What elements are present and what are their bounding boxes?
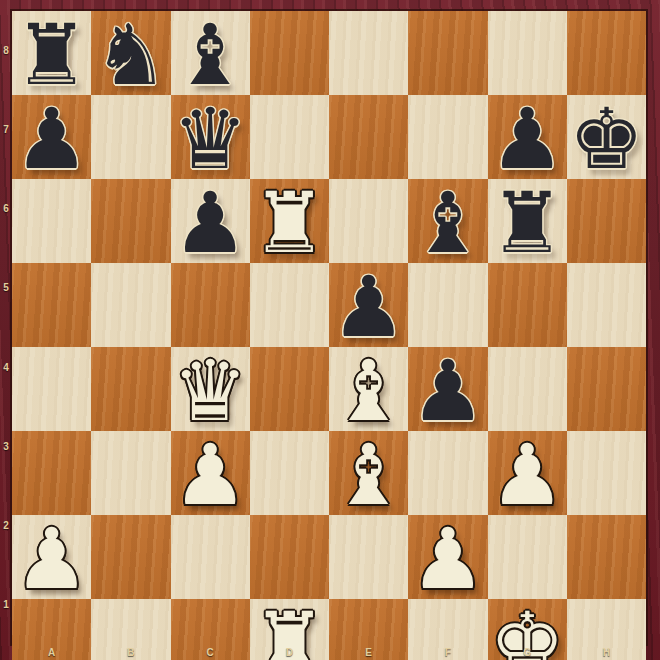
square-h3[interactable] (567, 431, 646, 515)
square-h5[interactable] (567, 263, 646, 347)
piece-white-pawn[interactable]: ♟ (410, 517, 485, 601)
square-d7[interactable] (250, 95, 329, 179)
piece-white-queen[interactable]: ♛ (172, 349, 247, 433)
piece-white-bishop[interactable]: ♝ (331, 433, 406, 517)
square-f2[interactable]: ♟ (408, 515, 487, 599)
piece-black-bishop[interactable]: ♝ (410, 181, 485, 265)
file-label-d: D (250, 644, 329, 660)
file-label-f: F (408, 644, 487, 660)
square-f3[interactable] (408, 431, 487, 515)
square-g3[interactable]: ♟ (488, 431, 567, 515)
square-c6[interactable]: ♟ (171, 179, 250, 263)
square-a6[interactable] (12, 179, 91, 263)
piece-white-pawn[interactable]: ♟ (172, 433, 247, 517)
rank-labels: 87654321 (0, 11, 12, 644)
square-c3[interactable]: ♟ (171, 431, 250, 515)
square-f4[interactable]: ♟ (408, 347, 487, 431)
rank-label-5: 5 (0, 248, 12, 327)
square-b5[interactable] (91, 263, 170, 347)
file-labels: ABCDEFGH (12, 644, 646, 660)
square-g6[interactable]: ♜ (488, 179, 567, 263)
square-d5[interactable] (250, 263, 329, 347)
piece-white-pawn[interactable]: ♟ (489, 433, 564, 517)
square-b7[interactable] (91, 95, 170, 179)
square-e7[interactable] (329, 95, 408, 179)
square-g7[interactable]: ♟ (488, 95, 567, 179)
square-a5[interactable] (12, 263, 91, 347)
square-a7[interactable]: ♟ (12, 95, 91, 179)
square-f5[interactable] (408, 263, 487, 347)
file-label-b: B (91, 644, 170, 660)
piece-white-rook[interactable]: ♜ (252, 181, 327, 265)
square-b2[interactable] (91, 515, 170, 599)
piece-white-bishop[interactable]: ♝ (331, 349, 406, 433)
rank-label-4: 4 (0, 328, 12, 407)
square-e3[interactable]: ♝ (329, 431, 408, 515)
piece-black-pawn[interactable]: ♟ (410, 349, 485, 433)
chess-board[interactable]: ♜♞♝♟♛♟♚♟♜♝♜♟♛♝♟♟♝♟♟♟♜♚ (12, 11, 646, 644)
square-c5[interactable] (171, 263, 250, 347)
square-a2[interactable]: ♟ (12, 515, 91, 599)
square-e8[interactable] (329, 11, 408, 95)
rank-label-8: 8 (0, 11, 12, 90)
piece-black-pawn[interactable]: ♟ (489, 97, 564, 181)
file-label-c: C (171, 644, 250, 660)
square-h8[interactable] (567, 11, 646, 95)
square-b8[interactable]: ♞ (91, 11, 170, 95)
piece-black-bishop[interactable]: ♝ (172, 13, 247, 97)
piece-black-rook[interactable]: ♜ (14, 13, 89, 97)
square-c2[interactable] (171, 515, 250, 599)
square-e6[interactable] (329, 179, 408, 263)
square-f7[interactable] (408, 95, 487, 179)
rank-label-1: 1 (0, 565, 12, 644)
file-label-g: G (488, 644, 567, 660)
piece-black-pawn[interactable]: ♟ (331, 265, 406, 349)
square-b3[interactable] (91, 431, 170, 515)
square-g5[interactable] (488, 263, 567, 347)
square-c7[interactable]: ♛ (171, 95, 250, 179)
square-e4[interactable]: ♝ (329, 347, 408, 431)
piece-black-knight[interactable]: ♞ (93, 13, 168, 97)
square-c4[interactable]: ♛ (171, 347, 250, 431)
square-a4[interactable] (12, 347, 91, 431)
rank-label-7: 7 (0, 90, 12, 169)
piece-black-king[interactable]: ♚ (569, 97, 644, 181)
square-g8[interactable] (488, 11, 567, 95)
square-d4[interactable] (250, 347, 329, 431)
square-d3[interactable] (250, 431, 329, 515)
square-a8[interactable]: ♜ (12, 11, 91, 95)
square-b4[interactable] (91, 347, 170, 431)
square-h7[interactable]: ♚ (567, 95, 646, 179)
rank-label-3: 3 (0, 407, 12, 486)
piece-black-queen[interactable]: ♛ (172, 97, 247, 181)
square-e2[interactable] (329, 515, 408, 599)
square-a3[interactable] (12, 431, 91, 515)
piece-white-pawn[interactable]: ♟ (14, 517, 89, 601)
rank-label-6: 6 (0, 169, 12, 248)
piece-black-pawn[interactable]: ♟ (172, 181, 247, 265)
square-h6[interactable] (567, 179, 646, 263)
square-b6[interactable] (91, 179, 170, 263)
file-label-h: H (567, 644, 646, 660)
square-f8[interactable] (408, 11, 487, 95)
square-d6[interactable]: ♜ (250, 179, 329, 263)
square-f6[interactable]: ♝ (408, 179, 487, 263)
rank-label-2: 2 (0, 486, 12, 565)
square-e5[interactable]: ♟ (329, 263, 408, 347)
square-h4[interactable] (567, 347, 646, 431)
square-g2[interactable] (488, 515, 567, 599)
square-g4[interactable] (488, 347, 567, 431)
piece-black-pawn[interactable]: ♟ (14, 97, 89, 181)
file-label-a: A (12, 644, 91, 660)
chess-diagram: ♜♞♝♟♛♟♚♟♜♝♜♟♛♝♟♟♝♟♟♟♜♚ 87654321 ABCDEFGH (0, 0, 660, 660)
square-c8[interactable]: ♝ (171, 11, 250, 95)
square-d2[interactable] (250, 515, 329, 599)
piece-black-rook[interactable]: ♜ (489, 181, 564, 265)
square-d8[interactable] (250, 11, 329, 95)
square-h2[interactable] (567, 515, 646, 599)
file-label-e: E (329, 644, 408, 660)
